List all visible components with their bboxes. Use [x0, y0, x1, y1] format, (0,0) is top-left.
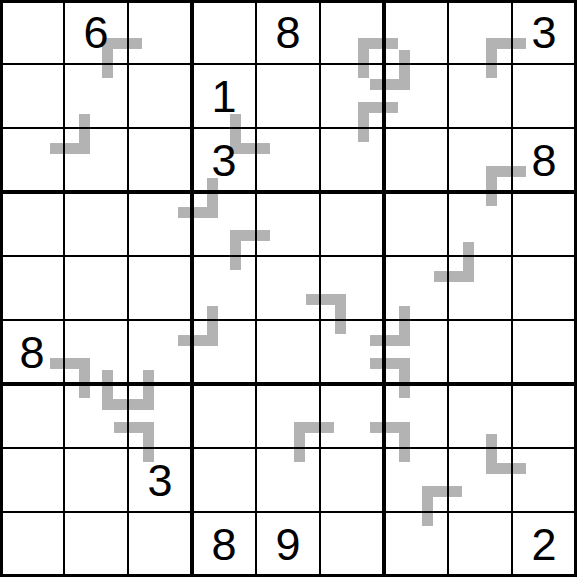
corner-bracket-icon — [399, 306, 410, 346]
corner-bracket-icon — [335, 294, 346, 334]
given-digit-r9c4: 8 — [192, 512, 256, 576]
cell-r6c8[interactable] — [448, 320, 512, 384]
grid-line-horizontal — [0, 447, 577, 449]
cell-r9c6[interactable] — [320, 512, 384, 576]
sudoku-board: 68313883892 — [0, 0, 577, 577]
cell-r5c5[interactable] — [256, 256, 320, 320]
corner-bracket-icon — [294, 422, 305, 462]
cell-r3c6[interactable] — [320, 128, 384, 192]
cell-r6c7[interactable] — [384, 320, 448, 384]
cell-r1c1[interactable] — [0, 0, 64, 64]
cell-r9c7[interactable] — [384, 512, 448, 576]
cell-r6c3[interactable] — [128, 320, 192, 384]
corner-bracket-icon — [486, 166, 497, 206]
cell-r2c3[interactable] — [128, 64, 192, 128]
cell-r8c6[interactable] — [320, 448, 384, 512]
box-border-horizontal — [0, 382, 577, 386]
grid-line-vertical — [63, 0, 65, 577]
grid-line-vertical — [447, 0, 449, 577]
cell-r4c8[interactable] — [448, 192, 512, 256]
cell-r9c3[interactable] — [128, 512, 192, 576]
cell-r2c6[interactable] — [320, 64, 384, 128]
cell-r5c6[interactable] — [320, 256, 384, 320]
cell-r7c9[interactable] — [512, 384, 576, 448]
cell-r3c3[interactable] — [128, 128, 192, 192]
cell-r2c8[interactable] — [448, 64, 512, 128]
cell-r2c9[interactable] — [512, 64, 576, 128]
grid-line-horizontal — [0, 255, 577, 257]
cell-r1c4[interactable] — [192, 0, 256, 64]
cell-r1c3[interactable] — [128, 0, 192, 64]
cell-r5c2[interactable] — [64, 256, 128, 320]
cell-r7c4[interactable] — [192, 384, 256, 448]
box-border-vertical — [382, 0, 386, 577]
grid-line-horizontal — [0, 319, 577, 321]
corner-bracket-icon — [230, 230, 241, 270]
cell-r7c2[interactable] — [64, 384, 128, 448]
given-digit-r1c9: 3 — [512, 0, 576, 64]
cell-r3c8[interactable] — [448, 128, 512, 192]
cell-r7c8[interactable] — [448, 384, 512, 448]
cell-r4c2[interactable] — [64, 192, 128, 256]
given-digit-r1c2: 6 — [64, 0, 128, 64]
cell-r7c7[interactable] — [384, 384, 448, 448]
cell-r5c9[interactable] — [512, 256, 576, 320]
cell-r6c9[interactable] — [512, 320, 576, 384]
cell-r4c7[interactable] — [384, 192, 448, 256]
cell-r2c1[interactable] — [0, 64, 64, 128]
cell-r6c5[interactable] — [256, 320, 320, 384]
cell-r4c5[interactable] — [256, 192, 320, 256]
given-digit-r9c9: 2 — [512, 512, 576, 576]
cell-r1c7[interactable] — [384, 0, 448, 64]
cell-r8c9[interactable] — [512, 448, 576, 512]
cell-r5c7[interactable] — [384, 256, 448, 320]
given-digit-r1c5: 8 — [256, 0, 320, 64]
cell-r4c4[interactable] — [192, 192, 256, 256]
cell-r2c7[interactable] — [384, 64, 448, 128]
cell-r8c5[interactable] — [256, 448, 320, 512]
corner-bracket-icon — [79, 358, 90, 398]
cell-r4c3[interactable] — [128, 192, 192, 256]
outer-border-left — [0, 0, 3, 577]
cell-r6c4[interactable] — [192, 320, 256, 384]
cell-r2c5[interactable] — [256, 64, 320, 128]
corner-bracket-icon — [463, 242, 474, 282]
corner-bracket-icon — [486, 434, 497, 474]
cell-r9c1[interactable] — [0, 512, 64, 576]
cell-r3c7[interactable] — [384, 128, 448, 192]
grid-line-vertical — [319, 0, 321, 577]
given-digit-r3c9: 8 — [512, 128, 576, 192]
cell-r4c6[interactable] — [320, 192, 384, 256]
cell-r1c8[interactable] — [448, 0, 512, 64]
cell-r3c1[interactable] — [0, 128, 64, 192]
grid-line-horizontal — [0, 127, 577, 129]
corner-bracket-icon — [143, 370, 154, 410]
corner-bracket-icon — [79, 114, 90, 154]
cell-r7c6[interactable] — [320, 384, 384, 448]
cell-r5c3[interactable] — [128, 256, 192, 320]
cell-r6c6[interactable] — [320, 320, 384, 384]
cell-r7c3[interactable] — [128, 384, 192, 448]
cell-r9c8[interactable] — [448, 512, 512, 576]
corner-bracket-icon — [486, 38, 497, 78]
given-digit-r6c1: 8 — [0, 320, 64, 384]
corner-bracket-icon — [358, 38, 369, 78]
corner-bracket-icon — [399, 358, 410, 398]
cell-r8c4[interactable] — [192, 448, 256, 512]
corner-bracket-icon — [358, 102, 369, 142]
cell-r5c4[interactable] — [192, 256, 256, 320]
cell-r5c8[interactable] — [448, 256, 512, 320]
corner-bracket-icon — [399, 422, 410, 462]
cell-r8c8[interactable] — [448, 448, 512, 512]
grid-line-vertical — [511, 0, 513, 577]
corner-bracket-icon — [422, 486, 433, 526]
box-border-horizontal — [0, 190, 577, 194]
given-digit-r8c3: 3 — [128, 448, 192, 512]
cell-r3c2[interactable] — [64, 128, 128, 192]
cell-r7c1[interactable] — [0, 384, 64, 448]
cell-r4c9[interactable] — [512, 192, 576, 256]
cell-r6c2[interactable] — [64, 320, 128, 384]
corner-bracket-icon — [102, 370, 113, 410]
cell-r8c2[interactable] — [64, 448, 128, 512]
corner-bracket-icon — [207, 306, 218, 346]
given-digit-r9c5: 9 — [256, 512, 320, 576]
cell-r2c2[interactable] — [64, 64, 128, 128]
cell-r9c2[interactable] — [64, 512, 128, 576]
cell-r8c7[interactable] — [384, 448, 448, 512]
cell-r4c1[interactable] — [0, 192, 64, 256]
cell-r7c5[interactable] — [256, 384, 320, 448]
cell-r5c1[interactable] — [0, 256, 64, 320]
given-digit-r2c4: 1 — [192, 64, 256, 128]
cell-r1c6[interactable] — [320, 0, 384, 64]
corner-bracket-icon — [399, 50, 410, 90]
cell-r8c1[interactable] — [0, 448, 64, 512]
given-digit-r3c4: 3 — [192, 128, 256, 192]
cell-r3c5[interactable] — [256, 128, 320, 192]
